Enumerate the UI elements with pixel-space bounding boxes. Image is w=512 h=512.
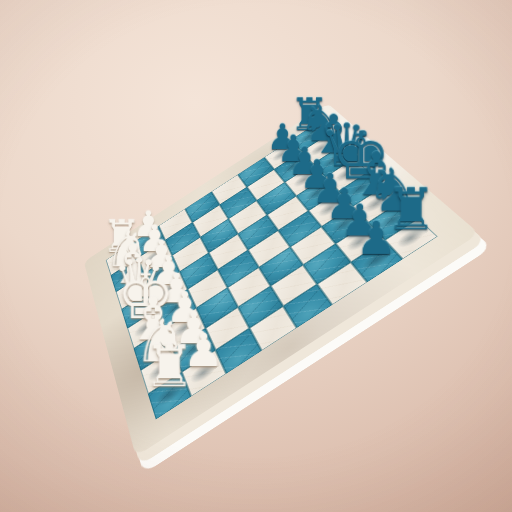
photo-backdrop: ♜♟♟♜♞♟♟♞♝♟♟♝♛♟♟♛♚♟♟♚♝♟♟♝♞♟♟♞♜♟♟♜ (0, 0, 512, 512)
teal-pawn-icon: ♟ (356, 215, 397, 261)
white-rook-icon: ♜ (143, 338, 194, 395)
scene: ♜♟♟♜♞♟♟♞♝♟♟♝♛♟♟♛♚♟♟♚♝♟♟♝♞♟♟♞♜♟♟♜ (0, 0, 512, 512)
chess-board: ♜♟♟♜♞♟♟♞♝♟♟♝♛♟♟♛♚♟♟♚♝♟♟♝♞♟♟♞♜♟♟♜ (84, 103, 479, 456)
